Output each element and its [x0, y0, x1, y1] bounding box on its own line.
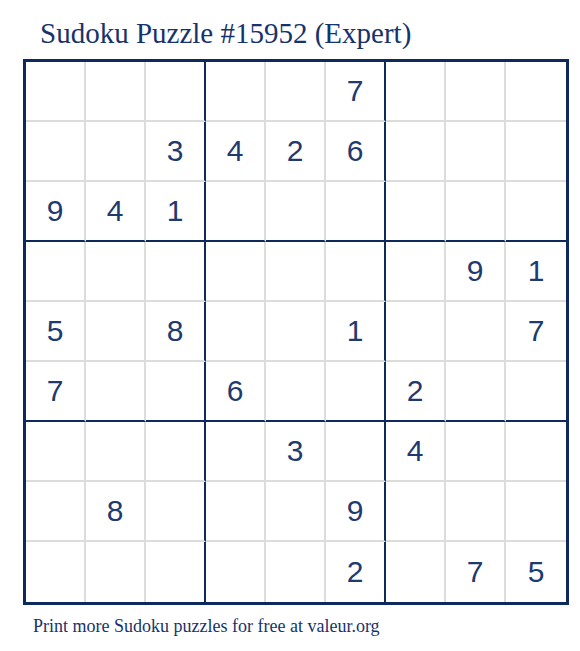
- sudoku-cell-r1c4: [206, 62, 266, 122]
- sudoku-cell-r6c6: [326, 362, 386, 422]
- sudoku-cell-r6c2: [86, 362, 146, 422]
- sudoku-cell-r4c5: [266, 242, 326, 302]
- sudoku-cell-r7c1: [26, 422, 86, 482]
- sudoku-cell-r8c4: [206, 482, 266, 542]
- sudoku-cell-r3c5: [266, 182, 326, 242]
- sudoku-cell-r7c9: [506, 422, 566, 482]
- sudoku-cell-r3c9: [506, 182, 566, 242]
- sudoku-cell-r6c5: [266, 362, 326, 422]
- sudoku-cell-r7c2: [86, 422, 146, 482]
- sudoku-given-r5c6: 1: [326, 302, 386, 362]
- sudoku-cell-r5c7: [386, 302, 446, 362]
- sudoku-cell-r1c8: [446, 62, 506, 122]
- sudoku-given-r6c4: 6: [206, 362, 266, 422]
- sudoku-given-r6c7: 2: [386, 362, 446, 422]
- sudoku-cell-r6c8: [446, 362, 506, 422]
- sudoku-cell-r4c2: [86, 242, 146, 302]
- sudoku-cell-r1c9: [506, 62, 566, 122]
- sudoku-given-r7c5: 3: [266, 422, 326, 482]
- sudoku-cell-r7c6: [326, 422, 386, 482]
- sudoku-cell-r5c8: [446, 302, 506, 362]
- sudoku-given-r4c9: 1: [506, 242, 566, 302]
- footer-text: Print more Sudoku puzzles for free at va…: [33, 616, 380, 637]
- sudoku-given-r6c1: 7: [26, 362, 86, 422]
- sudoku-cell-r3c7: [386, 182, 446, 242]
- sudoku-given-r2c4: 4: [206, 122, 266, 182]
- sudoku-given-r3c2: 4: [86, 182, 146, 242]
- sudoku-cell-r8c8: [446, 482, 506, 542]
- sudoku-cell-r9c3: [146, 542, 206, 602]
- sudoku-cell-r2c8: [446, 122, 506, 182]
- sudoku-cell-r8c3: [146, 482, 206, 542]
- sudoku-cell-r3c8: [446, 182, 506, 242]
- sudoku-given-r9c6: 2: [326, 542, 386, 602]
- sudoku-cell-r1c7: [386, 62, 446, 122]
- sudoku-cell-r5c2: [86, 302, 146, 362]
- sudoku-cell-r5c5: [266, 302, 326, 362]
- sudoku-given-r4c8: 9: [446, 242, 506, 302]
- sudoku-cell-r2c1: [26, 122, 86, 182]
- sudoku-given-r7c7: 4: [386, 422, 446, 482]
- sudoku-cell-r7c3: [146, 422, 206, 482]
- sudoku-cell-r2c2: [86, 122, 146, 182]
- sudoku-given-r3c1: 9: [26, 182, 86, 242]
- sudoku-cell-r9c2: [86, 542, 146, 602]
- sudoku-given-r5c1: 5: [26, 302, 86, 362]
- sudoku-cell-r7c8: [446, 422, 506, 482]
- page-title: Sudoku Puzzle #15952 (Expert): [40, 17, 411, 50]
- sudoku-cell-r6c3: [146, 362, 206, 422]
- sudoku-cell-r2c9: [506, 122, 566, 182]
- sudoku-cell-r3c6: [326, 182, 386, 242]
- sudoku-cell-r7c4: [206, 422, 266, 482]
- sudoku-given-r5c3: 8: [146, 302, 206, 362]
- sudoku-cell-r4c4: [206, 242, 266, 302]
- sudoku-given-r8c6: 9: [326, 482, 386, 542]
- sudoku-cell-r8c9: [506, 482, 566, 542]
- sudoku-given-r1c6: 7: [326, 62, 386, 122]
- sudoku-cell-r8c7: [386, 482, 446, 542]
- sudoku-given-r2c5: 2: [266, 122, 326, 182]
- sudoku-page: Sudoku Puzzle #15952 (Expert) 7342694191…: [0, 0, 580, 651]
- sudoku-cell-r2c7: [386, 122, 446, 182]
- sudoku-cell-r5c4: [206, 302, 266, 362]
- sudoku-cell-r4c6: [326, 242, 386, 302]
- sudoku-given-r2c6: 6: [326, 122, 386, 182]
- sudoku-cell-r8c5: [266, 482, 326, 542]
- sudoku-given-r9c9: 5: [506, 542, 566, 602]
- sudoku-cell-r1c5: [266, 62, 326, 122]
- sudoku-cell-r6c9: [506, 362, 566, 422]
- sudoku-cell-r1c2: [86, 62, 146, 122]
- sudoku-cell-r4c1: [26, 242, 86, 302]
- sudoku-given-r8c2: 8: [86, 482, 146, 542]
- sudoku-cell-r4c3: [146, 242, 206, 302]
- sudoku-cell-r3c4: [206, 182, 266, 242]
- sudoku-cell-r9c5: [266, 542, 326, 602]
- sudoku-given-r2c3: 3: [146, 122, 206, 182]
- sudoku-cell-r1c3: [146, 62, 206, 122]
- sudoku-cell-r9c1: [26, 542, 86, 602]
- sudoku-given-r5c9: 7: [506, 302, 566, 362]
- sudoku-given-r9c8: 7: [446, 542, 506, 602]
- sudoku-cell-r4c7: [386, 242, 446, 302]
- sudoku-cell-r8c1: [26, 482, 86, 542]
- sudoku-cell-r1c1: [26, 62, 86, 122]
- sudoku-given-r3c3: 1: [146, 182, 206, 242]
- sudoku-cell-r9c4: [206, 542, 266, 602]
- sudoku-cell-r9c7: [386, 542, 446, 602]
- sudoku-board: 734269419158177623489275: [23, 59, 569, 605]
